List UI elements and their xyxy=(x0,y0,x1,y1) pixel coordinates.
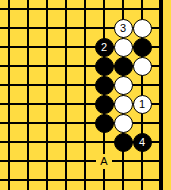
stone-black-move-2[interactable]: 2 xyxy=(95,38,114,57)
stone-black[interactable] xyxy=(95,76,114,95)
stone-black[interactable] xyxy=(133,38,152,57)
grid-horizontal-line xyxy=(0,8,163,10)
move-number: 3 xyxy=(120,23,126,34)
grid-horizontal-line xyxy=(0,84,163,86)
move-number: 4 xyxy=(139,137,145,148)
point-label-a[interactable]: A xyxy=(96,154,112,169)
stone-black[interactable] xyxy=(95,57,114,76)
stone-white[interactable] xyxy=(133,57,152,76)
stone-white[interactable] xyxy=(114,38,133,57)
move-number: 1 xyxy=(139,99,145,110)
grid-horizontal-line xyxy=(0,122,163,124)
stone-black[interactable] xyxy=(114,133,133,152)
stone-black[interactable] xyxy=(95,95,114,114)
stone-black[interactable] xyxy=(95,114,114,133)
grid-horizontal-line xyxy=(0,179,163,181)
stone-white-move-1[interactable]: 1 xyxy=(133,95,152,114)
stone-white[interactable] xyxy=(114,76,133,95)
grid-horizontal-line xyxy=(0,160,163,162)
stone-black[interactable] xyxy=(114,57,133,76)
stone-white[interactable] xyxy=(114,95,133,114)
stone-black-move-4[interactable]: 4 xyxy=(133,133,152,152)
move-number: 2 xyxy=(101,42,107,53)
go-board[interactable]: 3214A xyxy=(0,0,171,190)
stone-white[interactable] xyxy=(114,114,133,133)
stone-white-move-3[interactable]: 3 xyxy=(114,19,133,38)
stone-white[interactable] xyxy=(133,19,152,38)
